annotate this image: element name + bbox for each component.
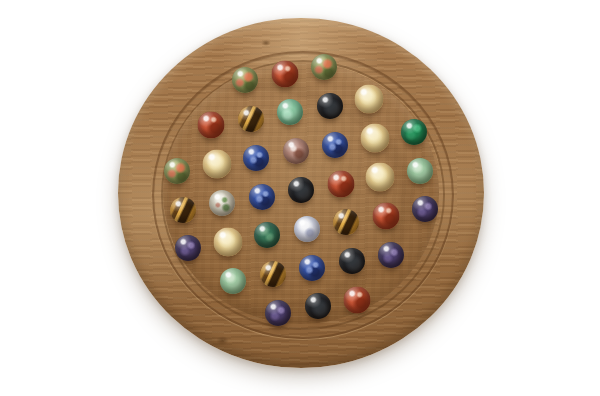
marble-green-aventurine[interactable] bbox=[220, 268, 246, 294]
marble-cream-calcite[interactable] bbox=[360, 124, 389, 153]
marble-moonstone[interactable] bbox=[294, 216, 320, 242]
marble-tiger-eye[interactable] bbox=[170, 197, 196, 223]
marble-cream-calcite[interactable] bbox=[366, 163, 395, 192]
marble-cream-calcite[interactable] bbox=[202, 150, 231, 179]
marble-amethyst[interactable] bbox=[175, 235, 201, 261]
marble-unakite[interactable] bbox=[164, 158, 190, 184]
marble-obsidian[interactable] bbox=[305, 293, 331, 319]
marble-amethyst[interactable] bbox=[412, 196, 438, 222]
marble-red-jasper[interactable] bbox=[327, 170, 354, 197]
marble-lapis-lazuli[interactable] bbox=[249, 184, 275, 210]
marble-cream-calcite[interactable] bbox=[355, 85, 384, 114]
marble-amethyst[interactable] bbox=[265, 300, 291, 326]
marble-tiger-eye[interactable] bbox=[333, 209, 359, 235]
marble-lapis-lazuli[interactable] bbox=[243, 145, 269, 171]
marble-obsidian[interactable] bbox=[288, 177, 314, 203]
marble-lapis-lazuli[interactable] bbox=[322, 132, 348, 158]
marble-moss-agate[interactable] bbox=[209, 190, 235, 216]
photo-canvas bbox=[0, 0, 600, 396]
marble-unakite[interactable] bbox=[311, 54, 337, 80]
marble-amazonite[interactable] bbox=[277, 99, 303, 125]
marble-green-jasper[interactable] bbox=[254, 222, 280, 248]
marble-unakite[interactable] bbox=[232, 67, 258, 93]
marble-lapis-lazuli[interactable] bbox=[299, 255, 325, 281]
marble-malachite[interactable] bbox=[401, 119, 427, 145]
marble-strawberry-quartz[interactable] bbox=[283, 138, 309, 164]
marble-green-aventurine[interactable] bbox=[407, 158, 433, 184]
marble-obsidian[interactable] bbox=[339, 248, 365, 274]
marble-red-jasper[interactable] bbox=[372, 202, 399, 229]
marbles-layer bbox=[0, 0, 600, 396]
marble-red-jasper[interactable] bbox=[271, 60, 298, 87]
marble-amethyst[interactable] bbox=[378, 242, 404, 268]
marble-tiger-eye[interactable] bbox=[238, 106, 264, 132]
marble-red-jasper[interactable] bbox=[344, 286, 371, 313]
marble-cream-calcite[interactable] bbox=[213, 227, 242, 256]
marble-obsidian[interactable] bbox=[317, 93, 343, 119]
marble-tiger-eye[interactable] bbox=[260, 261, 286, 287]
marble-red-jasper[interactable] bbox=[198, 112, 225, 139]
